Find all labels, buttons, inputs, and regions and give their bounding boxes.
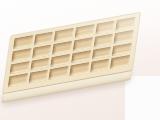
tray-cell: [69, 62, 89, 76]
tray-cell: [90, 59, 110, 73]
tray-cell: [73, 37, 93, 51]
tray-cell: [116, 17, 136, 31]
tray-cell: [54, 28, 74, 42]
tray-cell: [75, 24, 95, 38]
tray-cell: [8, 73, 28, 87]
tray-cell: [52, 40, 72, 54]
tray-cell: [34, 31, 54, 45]
tray-cell: [32, 44, 52, 58]
tray-cell: [13, 35, 33, 49]
tray-cell: [11, 48, 31, 62]
tray-cell: [28, 70, 48, 84]
photo-scene: [0, 0, 160, 120]
tray-cell: [95, 20, 115, 34]
tray-cell: [49, 66, 69, 80]
wooden-tray: [2, 13, 140, 103]
background-white-patch: [125, 76, 160, 120]
tray-cell: [93, 33, 113, 47]
tray-cell: [110, 55, 130, 69]
tray-cell: [114, 29, 134, 43]
